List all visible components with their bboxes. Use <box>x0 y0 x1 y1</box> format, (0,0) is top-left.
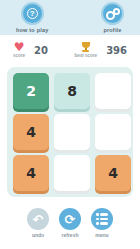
undo-arrow-icon: ↶ <box>33 213 44 226</box>
tile-2: 2 <box>13 73 49 109</box>
best-score-icon-stack: best score <box>75 42 98 58</box>
undo-button[interactable]: ↶ undo <box>25 208 51 238</box>
menu-label: menu <box>95 232 108 238</box>
tile-4: 4 <box>95 155 131 191</box>
tile-4: 4 <box>13 155 49 191</box>
best-score-value: 396 <box>106 45 127 56</box>
menu-button[interactable]: menu <box>89 208 115 238</box>
empty-cell <box>95 114 131 150</box>
undo-button-circle[interactable]: ↶ <box>27 208 49 230</box>
list-icon <box>96 213 108 225</box>
question-icon: ? <box>27 8 38 19</box>
undo-label: undo <box>32 232 44 238</box>
header-bar: ? how to play profile <box>0 0 140 35</box>
how-to-play-button[interactable]: ? how to play <box>16 2 48 33</box>
tile-8: 8 <box>54 73 90 109</box>
profile-button[interactable]: profile <box>101 2 124 33</box>
best-score-label: best score <box>75 53 98 58</box>
score-value: 20 <box>34 45 48 56</box>
refresh-button-circle[interactable]: ⟳ <box>59 208 81 230</box>
heart-icon: ♥ <box>14 42 25 52</box>
footer-toolbar: ↶ undo ⟳ refresh menu <box>0 208 140 238</box>
profile-button-circle[interactable] <box>101 2 124 25</box>
refresh-icon: ⟳ <box>65 213 76 226</box>
best-score-group: best score 396 <box>75 42 127 58</box>
score-label: score <box>13 53 25 58</box>
empty-cell <box>54 114 90 150</box>
tile-4: 4 <box>13 114 49 150</box>
help-button-circle[interactable]: ? <box>21 2 44 25</box>
trophy-icon <box>80 42 91 52</box>
how-to-play-label: how to play <box>16 27 48 33</box>
profile-label: profile <box>103 27 121 33</box>
score-bar: ♥ score 20 best score 396 <box>0 35 140 65</box>
menu-button-circle[interactable] <box>91 208 113 230</box>
empty-cell <box>54 155 90 191</box>
gear-icon <box>113 8 120 15</box>
refresh-button[interactable]: ⟳ refresh <box>57 208 83 238</box>
refresh-label: refresh <box>62 232 79 238</box>
game-board-grid[interactable]: 28444 <box>7 67 133 197</box>
empty-cell <box>95 73 131 109</box>
current-score-group: ♥ score 20 <box>13 42 48 58</box>
gears-icon <box>106 7 120 21</box>
score-icon-stack: ♥ score <box>13 42 25 58</box>
